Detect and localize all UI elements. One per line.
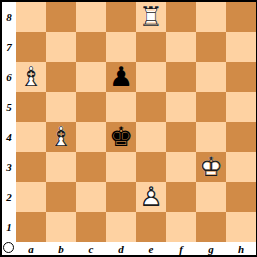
square-e8[interactable]: ♜♖	[136, 2, 166, 32]
side-to-move-indicator	[3, 242, 14, 253]
square-c8[interactable]	[76, 2, 106, 32]
square-e3[interactable]	[136, 152, 166, 182]
square-c2[interactable]	[76, 182, 106, 212]
square-h6[interactable]	[226, 62, 256, 92]
rank-label-5: 5	[2, 92, 16, 122]
piece-white-bishop-b4[interactable]: ♝♗	[46, 122, 76, 152]
file-label-d: d	[106, 242, 136, 255]
square-c1[interactable]	[76, 212, 106, 242]
rank-label-3: 3	[2, 152, 16, 182]
rank-labels: 87654321	[2, 2, 16, 242]
piece-white-pawn-e2[interactable]: ♟♙	[136, 182, 166, 212]
piece-black-pawn-d6[interactable]: ♟	[106, 62, 136, 92]
square-b4[interactable]: ♝♗	[46, 122, 76, 152]
square-g7[interactable]	[196, 32, 226, 62]
square-h4[interactable]	[226, 122, 256, 152]
square-e7[interactable]	[136, 32, 166, 62]
square-f8[interactable]	[166, 2, 196, 32]
file-label-g: g	[196, 242, 226, 255]
square-h1[interactable]	[226, 212, 256, 242]
file-label-h: h	[226, 242, 256, 255]
square-f7[interactable]	[166, 32, 196, 62]
square-b5[interactable]	[46, 92, 76, 122]
square-c4[interactable]	[76, 122, 106, 152]
square-g8[interactable]	[196, 2, 226, 32]
square-h5[interactable]	[226, 92, 256, 122]
square-f1[interactable]	[166, 212, 196, 242]
square-f2[interactable]	[166, 182, 196, 212]
square-a3[interactable]	[16, 152, 46, 182]
file-labels: abcdefgh	[16, 242, 256, 255]
square-g1[interactable]	[196, 212, 226, 242]
square-b8[interactable]	[46, 2, 76, 32]
piece-white-bishop-a6[interactable]: ♝♗	[16, 62, 46, 92]
square-d1[interactable]	[106, 212, 136, 242]
square-c7[interactable]	[76, 32, 106, 62]
rank-label-2: 2	[2, 182, 16, 212]
square-b3[interactable]	[46, 152, 76, 182]
square-e4[interactable]	[136, 122, 166, 152]
square-h2[interactable]	[226, 182, 256, 212]
square-c6[interactable]	[76, 62, 106, 92]
square-a2[interactable]	[16, 182, 46, 212]
square-c3[interactable]	[76, 152, 106, 182]
piece-white-king-g3[interactable]: ♚♔	[196, 152, 226, 182]
square-g5[interactable]	[196, 92, 226, 122]
diagram-inner: 87654321 ♜♖♝♗♟♝♗♚♚♔♟♙ abcdefgh	[2, 2, 256, 255]
rank-label-4: 4	[2, 122, 16, 152]
chess-diagram: 87654321 ♜♖♝♗♟♝♗♚♚♔♟♙ abcdefgh	[0, 0, 257, 257]
square-f6[interactable]	[166, 62, 196, 92]
square-b6[interactable]	[46, 62, 76, 92]
square-f3[interactable]	[166, 152, 196, 182]
square-d5[interactable]	[106, 92, 136, 122]
square-a8[interactable]	[16, 2, 46, 32]
square-d2[interactable]	[106, 182, 136, 212]
square-g3[interactable]: ♚♔	[196, 152, 226, 182]
rank-label-1: 1	[2, 212, 16, 242]
square-g6[interactable]	[196, 62, 226, 92]
square-b2[interactable]	[46, 182, 76, 212]
square-a4[interactable]	[16, 122, 46, 152]
square-e6[interactable]	[136, 62, 166, 92]
square-h7[interactable]	[226, 32, 256, 62]
square-g2[interactable]	[196, 182, 226, 212]
square-b7[interactable]	[46, 32, 76, 62]
square-e5[interactable]	[136, 92, 166, 122]
square-e1[interactable]	[136, 212, 166, 242]
rank-label-6: 6	[2, 62, 16, 92]
square-h8[interactable]	[226, 2, 256, 32]
square-d8[interactable]	[106, 2, 136, 32]
square-b1[interactable]	[46, 212, 76, 242]
square-d6[interactable]: ♟	[106, 62, 136, 92]
chess-board[interactable]: ♜♖♝♗♟♝♗♚♚♔♟♙	[16, 2, 256, 242]
square-a6[interactable]: ♝♗	[16, 62, 46, 92]
rank-label-8: 8	[2, 2, 16, 32]
square-g4[interactable]	[196, 122, 226, 152]
square-f4[interactable]	[166, 122, 196, 152]
piece-black-king-d4[interactable]: ♚	[106, 122, 136, 152]
square-d3[interactable]	[106, 152, 136, 182]
file-label-b: b	[46, 242, 76, 255]
file-label-e: e	[136, 242, 166, 255]
piece-white-rook-e8[interactable]: ♜♖	[136, 2, 166, 32]
square-d4[interactable]: ♚	[106, 122, 136, 152]
square-f5[interactable]	[166, 92, 196, 122]
rank-label-7: 7	[2, 32, 16, 62]
square-a5[interactable]	[16, 92, 46, 122]
square-a1[interactable]	[16, 212, 46, 242]
square-c5[interactable]	[76, 92, 106, 122]
square-e2[interactable]: ♟♙	[136, 182, 166, 212]
file-label-a: a	[16, 242, 46, 255]
file-label-f: f	[166, 242, 196, 255]
square-a7[interactable]	[16, 32, 46, 62]
file-label-c: c	[76, 242, 106, 255]
square-d7[interactable]	[106, 32, 136, 62]
square-h3[interactable]	[226, 152, 256, 182]
